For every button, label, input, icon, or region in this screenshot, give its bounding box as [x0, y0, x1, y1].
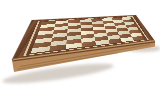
left-edge-line: [12, 20, 32, 60]
chessboard-photo: [0, 0, 160, 92]
board-side-and-shadow: [0, 0, 160, 92]
